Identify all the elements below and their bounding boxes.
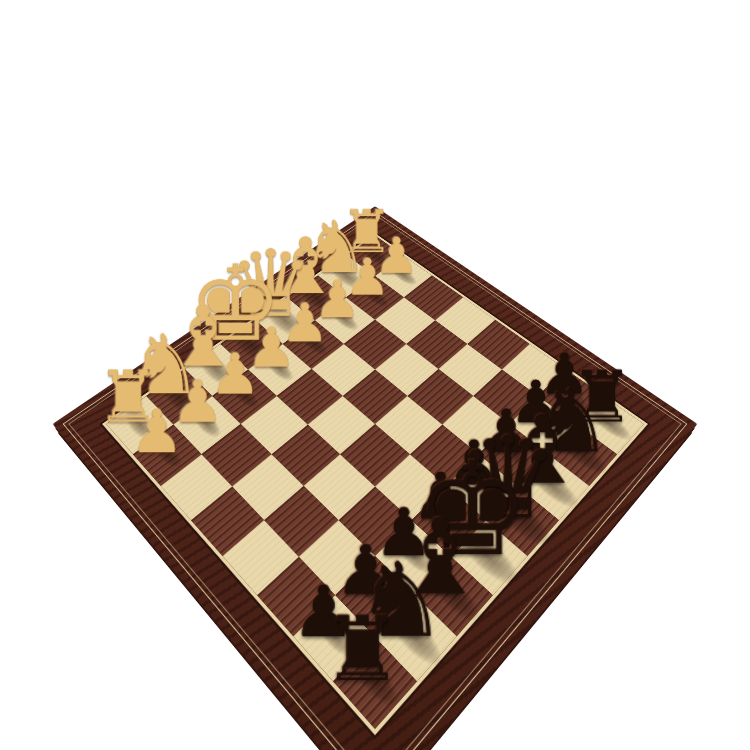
square-f4[interactable] <box>271 424 340 486</box>
board-grid: ♜♟♟♜♞♟♟♞♝♟♟♝♛♟♟♛♚♟♟♚♝♟♟♝♞♟♟♞♜♟♟♜ <box>102 233 648 735</box>
board-frame: ♜♟♟♜♞♟♟♞♝♟♟♝♛♟♟♛♚♟♟♚♝♟♟♝♞♟♟♞♜♟♟♜ <box>53 206 698 750</box>
chessboard-scene: ♜♟♟♜♞♟♟♞♝♟♟♝♛♟♟♛♚♟♟♚♝♟♟♝♞♟♟♞♜♟♟♜ <box>0 0 750 750</box>
pawn-glyph: ♟ <box>74 401 240 461</box>
square-h8[interactable]: ♜ <box>333 636 418 729</box>
rook-glyph: ♜ <box>260 605 464 694</box>
square-h2[interactable]: ♟ <box>133 424 202 486</box>
product-photo-canvas: ♜♟♟♜♞♟♟♞♝♟♟♝♛♟♟♛♚♟♟♚♝♟♟♝♞♟♟♞♜♟♟♜ <box>0 0 750 750</box>
chess-board: ♜♟♟♜♞♟♟♞♝♟♟♝♛♟♟♛♚♟♟♚♝♟♟♝♞♟♟♞♜♟♟♜ <box>53 206 698 750</box>
